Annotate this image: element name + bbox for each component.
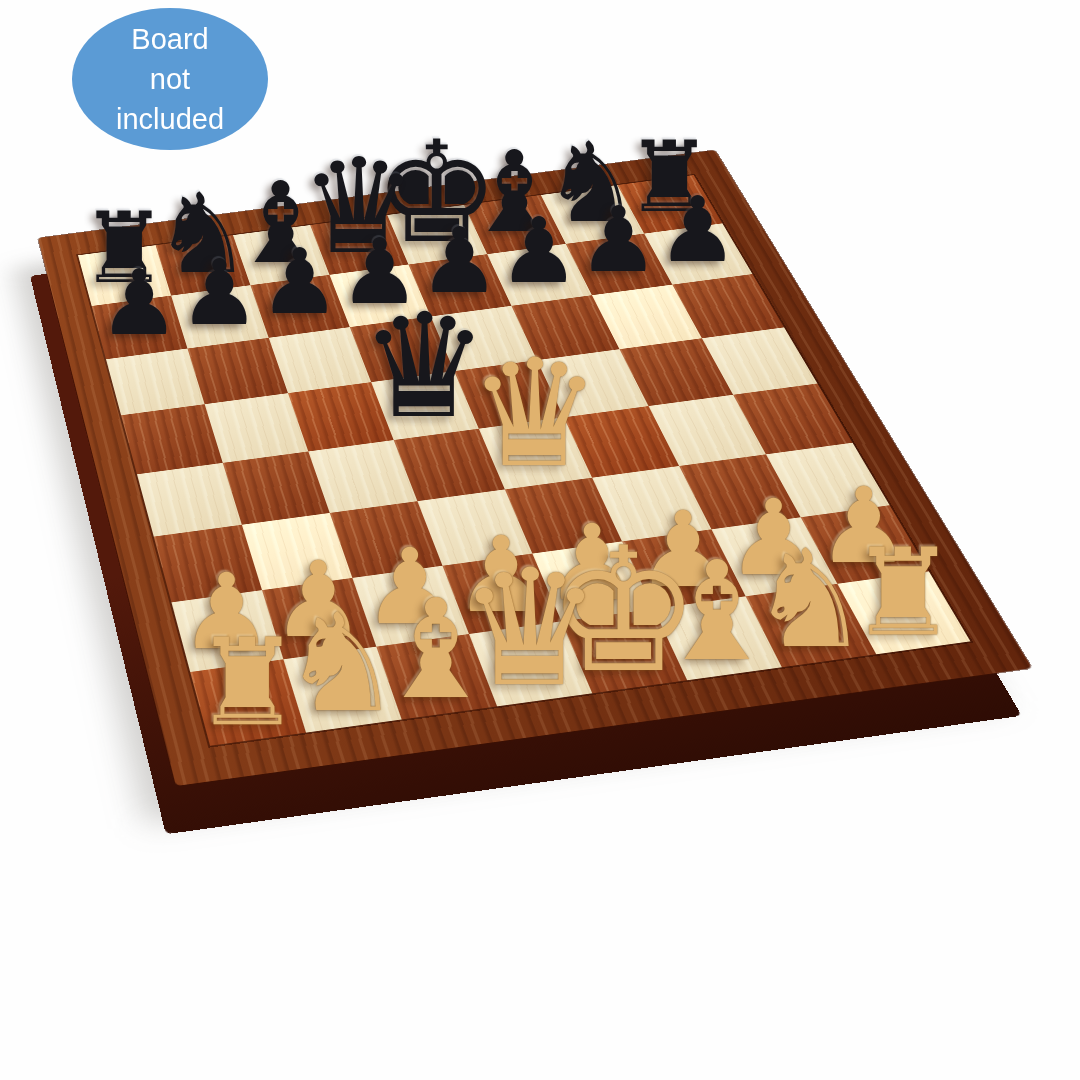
badge-line-3: included [116, 99, 224, 139]
badge-line-1: Board [131, 19, 208, 59]
board-not-included-badge: Board not included [72, 8, 268, 150]
badge-line-2: not [150, 59, 190, 99]
chess-set-product-photo: ♜♞♝♛♚♝♞♜♟♟♟♟♟♟♟♟♛♛♟♟♟♟♟♟♟♟♜♞♝♛♚♝♞♜ Board… [0, 0, 1080, 1080]
board-playing-area [78, 175, 970, 746]
square-a8 [78, 245, 171, 306]
